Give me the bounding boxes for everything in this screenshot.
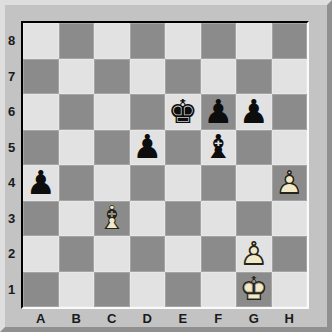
- square-g4[interactable]: [236, 165, 272, 201]
- white-pawn-g2[interactable]: ♟♙: [236, 236, 272, 272]
- black-pawn-f6[interactable]: ♟: [201, 94, 237, 130]
- square-h5[interactable]: [272, 130, 308, 166]
- square-c8[interactable]: [94, 23, 130, 59]
- square-g8[interactable]: [236, 23, 272, 59]
- square-h2[interactable]: [272, 236, 308, 272]
- square-e3[interactable]: [165, 201, 201, 237]
- file-label-a: A: [23, 310, 59, 327]
- square-h1[interactable]: [272, 272, 308, 308]
- square-a5[interactable]: [23, 130, 59, 166]
- square-a3[interactable]: [23, 201, 59, 237]
- square-c6[interactable]: [94, 94, 130, 130]
- square-h8[interactable]: [272, 23, 308, 59]
- square-g1[interactable]: ♚♔: [236, 272, 272, 308]
- black-bishop-f5[interactable]: ♝: [201, 130, 237, 166]
- square-g5[interactable]: [236, 130, 272, 166]
- rank-label-1: 1: [4, 272, 19, 308]
- square-b3[interactable]: [59, 201, 95, 237]
- square-f7[interactable]: [201, 59, 237, 95]
- rank-labels: 87654321: [4, 23, 19, 307]
- square-a7[interactable]: [23, 59, 59, 95]
- square-b6[interactable]: [59, 94, 95, 130]
- black-pawn-glyph: ♟: [239, 95, 269, 128]
- square-g3[interactable]: [236, 201, 272, 237]
- chess-diagram-frame: 87654321 ♚♟♟♟♝♟♟♙♝♗♟♙♚♔ ABCDEFGH: [0, 0, 332, 332]
- square-a4[interactable]: ♟: [23, 165, 59, 201]
- square-d5[interactable]: ♟: [130, 130, 166, 166]
- square-d1[interactable]: [130, 272, 166, 308]
- square-e8[interactable]: [165, 23, 201, 59]
- square-h7[interactable]: [272, 59, 308, 95]
- square-h4[interactable]: ♟♙: [272, 165, 308, 201]
- file-label-b: B: [59, 310, 95, 327]
- square-f1[interactable]: [201, 272, 237, 308]
- square-b2[interactable]: [59, 236, 95, 272]
- square-d6[interactable]: [130, 94, 166, 130]
- square-a6[interactable]: [23, 94, 59, 130]
- square-f8[interactable]: [201, 23, 237, 59]
- white-pawn-outline-glyph: ♙: [239, 237, 269, 270]
- square-e1[interactable]: [165, 272, 201, 308]
- square-h3[interactable]: [272, 201, 308, 237]
- white-bishop-outline-glyph: ♗: [97, 201, 127, 234]
- square-e7[interactable]: [165, 59, 201, 95]
- square-c1[interactable]: [94, 272, 130, 308]
- square-d7[interactable]: [130, 59, 166, 95]
- rank-label-8: 8: [4, 23, 19, 59]
- file-labels: ABCDEFGH: [23, 310, 307, 327]
- rank-label-2: 2: [4, 236, 19, 272]
- black-pawn-d5[interactable]: ♟: [130, 130, 166, 166]
- file-label-h: H: [272, 310, 308, 327]
- file-label-g: G: [236, 310, 272, 327]
- square-d8[interactable]: [130, 23, 166, 59]
- black-pawn-glyph: ♟: [132, 130, 162, 163]
- square-d4[interactable]: [130, 165, 166, 201]
- chess-board: ♚♟♟♟♝♟♟♙♝♗♟♙♚♔: [21, 21, 309, 309]
- white-king-outline-glyph: ♔: [239, 272, 269, 305]
- black-king-glyph: ♚: [168, 95, 198, 128]
- file-label-d: D: [130, 310, 166, 327]
- square-a2[interactable]: [23, 236, 59, 272]
- square-c5[interactable]: [94, 130, 130, 166]
- square-b7[interactable]: [59, 59, 95, 95]
- white-pawn-outline-glyph: ♙: [274, 166, 304, 199]
- file-label-c: C: [94, 310, 130, 327]
- file-label-e: E: [165, 310, 201, 327]
- square-g6[interactable]: ♟: [236, 94, 272, 130]
- square-f2[interactable]: [201, 236, 237, 272]
- black-bishop-glyph: ♝: [203, 130, 233, 163]
- square-a1[interactable]: [23, 272, 59, 308]
- black-king-e6[interactable]: ♚: [165, 94, 201, 130]
- square-e5[interactable]: [165, 130, 201, 166]
- square-d2[interactable]: [130, 236, 166, 272]
- black-pawn-glyph: ♟: [203, 95, 233, 128]
- white-pawn-h4[interactable]: ♟♙: [272, 165, 308, 201]
- file-label-f: F: [201, 310, 237, 327]
- white-king-g1[interactable]: ♚♔: [236, 272, 272, 308]
- rank-label-7: 7: [4, 59, 19, 95]
- square-c7[interactable]: [94, 59, 130, 95]
- rank-label-6: 6: [4, 94, 19, 130]
- square-a8[interactable]: [23, 23, 59, 59]
- black-pawn-g6[interactable]: ♟: [236, 94, 272, 130]
- square-e4[interactable]: [165, 165, 201, 201]
- square-f5[interactable]: ♝: [201, 130, 237, 166]
- square-c2[interactable]: [94, 236, 130, 272]
- square-e2[interactable]: [165, 236, 201, 272]
- square-f4[interactable]: [201, 165, 237, 201]
- square-c3[interactable]: ♝♗: [94, 201, 130, 237]
- rank-label-3: 3: [4, 201, 19, 237]
- square-f3[interactable]: [201, 201, 237, 237]
- square-b1[interactable]: [59, 272, 95, 308]
- square-h6[interactable]: [272, 94, 308, 130]
- square-c4[interactable]: [94, 165, 130, 201]
- square-f6[interactable]: ♟: [201, 94, 237, 130]
- square-g7[interactable]: [236, 59, 272, 95]
- square-e6[interactable]: ♚: [165, 94, 201, 130]
- black-pawn-a4[interactable]: ♟: [23, 165, 59, 201]
- square-b8[interactable]: [59, 23, 95, 59]
- square-b4[interactable]: [59, 165, 95, 201]
- black-pawn-glyph: ♟: [26, 166, 56, 199]
- white-bishop-c3[interactable]: ♝♗: [94, 201, 130, 237]
- square-d3[interactable]: [130, 201, 166, 237]
- rank-label-5: 5: [4, 130, 19, 166]
- rank-label-4: 4: [4, 165, 19, 201]
- square-b5[interactable]: [59, 130, 95, 166]
- square-g2[interactable]: ♟♙: [236, 236, 272, 272]
